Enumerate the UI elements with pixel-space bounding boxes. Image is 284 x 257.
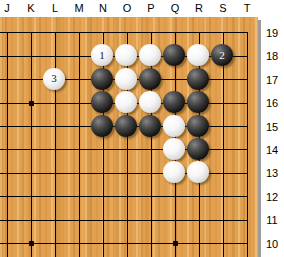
stone-black-Q16[interactable]	[163, 91, 185, 113]
intersection-P15[interactable]	[139, 115, 163, 138]
intersection-T14[interactable]	[235, 138, 258, 161]
move-number-2: 2	[219, 50, 225, 61]
intersection-L12[interactable]	[43, 185, 67, 208]
intersection-K12[interactable]	[19, 185, 43, 208]
stone-white-Q15[interactable]	[163, 115, 185, 137]
intersection-Q13[interactable]	[163, 162, 187, 185]
intersection-O19[interactable]	[115, 21, 139, 44]
intersection-T15[interactable]	[235, 115, 258, 138]
column-label-L: L	[52, 1, 58, 15]
column-label-P: P	[147, 1, 154, 15]
intersection-S13[interactable]	[211, 162, 235, 185]
intersection-R17[interactable]	[187, 68, 211, 91]
stone-black-N16[interactable]	[91, 91, 113, 113]
stone-black-S18[interactable]: 2	[211, 44, 233, 66]
row-label-18: 18	[262, 49, 282, 63]
intersection-T17[interactable]	[235, 68, 258, 91]
intersection-J14[interactable]	[0, 138, 19, 161]
stone-black-R14[interactable]	[187, 138, 209, 160]
intersection-Q11[interactable]	[163, 208, 187, 231]
stone-white-N18[interactable]: 1	[91, 44, 113, 66]
intersection-O12[interactable]	[115, 185, 139, 208]
intersection-M18[interactable]	[67, 45, 91, 68]
intersection-N15[interactable]	[91, 115, 115, 138]
intersection-M16[interactable]	[67, 91, 91, 114]
row-label-16: 16	[262, 96, 282, 110]
move-number-3: 3	[51, 73, 57, 84]
stone-black-R17[interactable]	[187, 68, 209, 90]
stone-white-O18[interactable]	[115, 44, 137, 66]
stone-white-L17[interactable]: 3	[43, 68, 65, 90]
column-label-R: R	[195, 1, 203, 15]
intersection-M10[interactable]	[67, 232, 91, 255]
intersection-R12[interactable]	[187, 185, 211, 208]
intersection-L11[interactable]	[43, 208, 67, 231]
intersection-L14[interactable]	[43, 138, 67, 161]
intersection-L15[interactable]	[43, 115, 67, 138]
intersection-O16[interactable]	[115, 91, 139, 114]
intersection-J19[interactable]	[0, 21, 19, 44]
stone-white-P18[interactable]	[139, 44, 161, 66]
column-label-M: M	[74, 1, 83, 15]
column-label-T: T	[244, 1, 251, 15]
row-label-10: 10	[262, 237, 282, 251]
column-label-S: S	[219, 1, 226, 15]
stone-white-O16[interactable]	[115, 91, 137, 113]
stone-black-R16[interactable]	[187, 91, 209, 113]
go-board: 123	[0, 17, 258, 257]
intersection-J17[interactable]	[0, 68, 19, 91]
intersection-Q15[interactable]	[163, 115, 187, 138]
intersection-P18[interactable]	[139, 45, 163, 68]
intersection-N11[interactable]	[91, 208, 115, 231]
intersection-R10[interactable]	[187, 232, 211, 255]
intersection-P11[interactable]	[139, 208, 163, 231]
intersection-T18[interactable]	[235, 45, 258, 68]
intersection-P19[interactable]	[139, 21, 163, 44]
stone-black-R15[interactable]	[187, 115, 209, 137]
intersection-S16[interactable]	[211, 91, 235, 114]
intersection-N12[interactable]	[91, 185, 115, 208]
stone-white-P16[interactable]	[139, 91, 161, 113]
intersection-N13[interactable]	[91, 162, 115, 185]
intersection-Q14[interactable]	[163, 138, 187, 161]
intersection-N17[interactable]	[91, 68, 115, 91]
intersection-S17[interactable]	[211, 68, 235, 91]
intersection-T19[interactable]	[235, 21, 258, 44]
intersection-J15[interactable]	[0, 115, 19, 138]
intersection-M15[interactable]	[67, 115, 91, 138]
intersection-S10[interactable]	[211, 232, 235, 255]
intersection-J13[interactable]	[0, 162, 19, 185]
intersection-S18[interactable]: 2	[211, 45, 235, 68]
intersection-T10[interactable]	[235, 232, 258, 255]
row-label-13: 13	[262, 166, 282, 180]
intersection-O17[interactable]	[115, 68, 139, 91]
intersection-T11[interactable]	[235, 208, 258, 231]
intersection-L10[interactable]	[43, 232, 67, 255]
intersection-N14[interactable]	[91, 138, 115, 161]
intersection-Q18[interactable]	[163, 45, 187, 68]
intersection-T16[interactable]	[235, 91, 258, 114]
board-grid: 123	[0, 21, 258, 257]
intersection-T13[interactable]	[235, 162, 258, 185]
intersection-M14[interactable]	[67, 138, 91, 161]
row-label-14: 14	[262, 143, 282, 157]
stone-black-P15[interactable]	[139, 115, 161, 137]
intersection-M13[interactable]	[67, 162, 91, 185]
intersection-K11[interactable]	[19, 208, 43, 231]
intersection-K14[interactable]	[19, 138, 43, 161]
intersection-M17[interactable]	[67, 68, 91, 91]
intersection-Q16[interactable]	[163, 91, 187, 114]
column-label-O: O	[123, 1, 132, 15]
column-label-K: K	[27, 1, 34, 15]
intersection-R16[interactable]	[187, 91, 211, 114]
intersection-R11[interactable]	[187, 208, 211, 231]
column-label-J: J	[4, 1, 10, 15]
intersection-P17[interactable]	[139, 68, 163, 91]
row-label-15: 15	[262, 120, 282, 134]
intersection-Q10[interactable]	[163, 232, 187, 255]
stone-black-N17[interactable]	[91, 68, 113, 90]
row-label-12: 12	[262, 190, 282, 204]
intersection-O14[interactable]	[115, 138, 139, 161]
stone-white-R13[interactable]	[187, 161, 209, 183]
intersection-O18[interactable]	[115, 45, 139, 68]
intersection-S19[interactable]	[211, 21, 235, 44]
row-labels: 19181716151413121110	[262, 0, 284, 257]
row-label-11: 11	[262, 213, 282, 227]
intersection-P13[interactable]	[139, 162, 163, 185]
intersection-P16[interactable]	[139, 91, 163, 114]
intersection-R18[interactable]	[187, 45, 211, 68]
intersection-N18[interactable]: 1	[91, 45, 115, 68]
intersection-L18[interactable]	[43, 45, 67, 68]
intersection-N16[interactable]	[91, 91, 115, 114]
intersection-K15[interactable]	[19, 115, 43, 138]
intersection-J18[interactable]	[0, 45, 19, 68]
stone-black-Q18[interactable]	[163, 44, 185, 66]
intersection-L17[interactable]: 3	[43, 68, 67, 91]
stone-white-O17[interactable]	[115, 68, 137, 90]
intersection-K18[interactable]	[19, 45, 43, 68]
intersection-M12[interactable]	[67, 185, 91, 208]
stone-white-R18[interactable]	[187, 44, 209, 66]
board-shadow	[258, 20, 261, 257]
intersection-Q19[interactable]	[163, 21, 187, 44]
row-label-19: 19	[262, 26, 282, 40]
intersection-K19[interactable]	[19, 21, 43, 44]
intersection-S15[interactable]	[211, 115, 235, 138]
intersection-J16[interactable]	[0, 91, 19, 114]
star-point-Q10	[173, 241, 178, 246]
stone-black-P17[interactable]	[139, 68, 161, 90]
intersection-Q17[interactable]	[163, 68, 187, 91]
intersection-R14[interactable]	[187, 138, 211, 161]
stone-black-O15[interactable]	[115, 115, 137, 137]
star-point-K10	[29, 241, 34, 246]
stone-white-Q14[interactable]	[163, 138, 185, 160]
intersection-K13[interactable]	[19, 162, 43, 185]
column-label-N: N	[99, 1, 107, 15]
intersection-R19[interactable]	[187, 21, 211, 44]
intersection-S12[interactable]	[211, 185, 235, 208]
intersection-O13[interactable]	[115, 162, 139, 185]
intersection-Q12[interactable]	[163, 185, 187, 208]
column-label-Q: Q	[171, 1, 180, 15]
stone-black-N15[interactable]	[91, 115, 113, 137]
intersection-P14[interactable]	[139, 138, 163, 161]
intersection-L16[interactable]	[43, 91, 67, 114]
intersection-N10[interactable]	[91, 232, 115, 255]
intersection-P12[interactable]	[139, 185, 163, 208]
intersection-T12[interactable]	[235, 185, 258, 208]
row-label-17: 17	[262, 73, 282, 87]
intersection-L13[interactable]	[43, 162, 67, 185]
intersection-P10[interactable]	[139, 232, 163, 255]
stone-white-Q13[interactable]	[163, 161, 185, 183]
intersection-L19[interactable]	[43, 21, 67, 44]
intersection-K10[interactable]	[19, 232, 43, 255]
intersection-S14[interactable]	[211, 138, 235, 161]
column-labels: JKLMNOPQRST	[0, 0, 284, 17]
intersection-M19[interactable]	[67, 21, 91, 44]
intersection-S11[interactable]	[211, 208, 235, 231]
intersection-O10[interactable]	[115, 232, 139, 255]
intersection-R13[interactable]	[187, 162, 211, 185]
intersection-J10[interactable]	[0, 232, 19, 255]
intersection-O11[interactable]	[115, 208, 139, 231]
star-point-K16	[29, 101, 34, 106]
intersection-K16[interactable]	[19, 91, 43, 114]
intersection-M11[interactable]	[67, 208, 91, 231]
intersection-R15[interactable]	[187, 115, 211, 138]
intersection-N19[interactable]	[91, 21, 115, 44]
intersection-K17[interactable]	[19, 68, 43, 91]
intersection-J12[interactable]	[0, 185, 19, 208]
intersection-O15[interactable]	[115, 115, 139, 138]
intersection-J11[interactable]	[0, 208, 19, 231]
move-number-1: 1	[99, 50, 105, 61]
